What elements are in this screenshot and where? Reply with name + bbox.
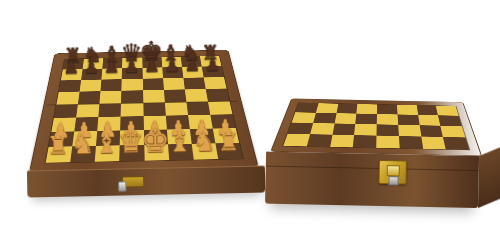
lid-square	[438, 115, 462, 126]
square-h3	[210, 114, 236, 128]
square-c2	[96, 130, 120, 145]
square-h4	[208, 101, 233, 115]
lid-square	[316, 103, 338, 113]
board-grid	[46, 56, 243, 163]
lid-square	[354, 124, 376, 136]
square-e1	[144, 144, 169, 160]
lid-square	[330, 135, 355, 148]
lid-square	[397, 105, 418, 115]
square-a7	[61, 69, 83, 80]
square-g4	[186, 101, 210, 115]
square-f2	[167, 129, 192, 144]
square-c6	[101, 79, 122, 91]
lid-square	[355, 114, 376, 125]
square-g1	[191, 143, 218, 159]
lid-square	[357, 104, 378, 114]
square-g7	[182, 67, 204, 78]
square-h5	[206, 89, 230, 102]
square-a6	[59, 80, 82, 92]
lid-square	[376, 136, 399, 149]
square-b8	[83, 58, 104, 69]
square-f7	[162, 67, 183, 78]
square-c7	[102, 68, 123, 79]
square-a8	[63, 59, 84, 70]
square-e6	[142, 78, 163, 90]
square-a3	[51, 117, 76, 131]
scene: ♜♞♝♛♚♝♞♜♟♟♟♟♟♟♟♟♟♟♟♟♟♟♟♟♜♞♝♛♚♝♞♜	[0, 0, 500, 245]
lid-square	[332, 123, 355, 135]
lid-square	[377, 105, 397, 115]
lid-square	[376, 124, 398, 136]
square-g3	[188, 115, 213, 129]
square-e8	[142, 57, 162, 68]
square-h2	[213, 128, 239, 143]
lid-square	[398, 125, 421, 137]
square-f8	[161, 57, 182, 68]
closed-box-lid	[270, 99, 482, 157]
lid-square	[421, 137, 446, 150]
square-b7	[81, 69, 102, 80]
square-a2	[49, 131, 75, 146]
square-d2	[120, 130, 144, 145]
lid-square	[307, 134, 333, 147]
lid-square	[310, 123, 334, 135]
square-g5	[185, 89, 208, 102]
square-f6	[163, 78, 185, 90]
square-f5	[164, 90, 187, 103]
lid-square	[416, 105, 438, 115]
square-h6	[204, 77, 227, 89]
square-c3	[97, 116, 120, 130]
lid-square	[377, 114, 398, 125]
lid-grid	[283, 103, 469, 150]
square-b1	[70, 146, 96, 162]
square-f4	[165, 102, 188, 116]
square-d4	[121, 103, 143, 117]
square-f1	[168, 144, 194, 160]
lid-square	[336, 104, 357, 114]
lid-base-seam	[266, 166, 479, 171]
square-h1	[215, 143, 242, 159]
square-b2	[72, 131, 97, 146]
square-d7	[122, 68, 142, 79]
square-d8	[122, 57, 142, 68]
open-box-front-edge	[27, 166, 266, 198]
lid-square	[441, 126, 466, 138]
closed-chess-box	[265, 92, 498, 227]
square-c5	[100, 91, 122, 104]
square-a5	[56, 92, 79, 105]
square-e2	[144, 129, 168, 144]
latch-hook-icon	[118, 181, 126, 191]
square-b6	[80, 80, 102, 92]
lid-square	[397, 114, 419, 125]
lid-square	[419, 125, 443, 137]
square-d1	[120, 145, 145, 161]
square-b4	[76, 104, 99, 118]
square-a1	[46, 146, 73, 162]
square-c4	[99, 103, 122, 117]
square-h8	[200, 56, 222, 67]
brass-latch-icon	[122, 176, 144, 187]
closed-box-front	[265, 152, 479, 208]
square-e3	[143, 115, 166, 129]
lid-square	[399, 136, 423, 149]
square-e5	[143, 90, 165, 103]
square-e4	[143, 102, 166, 116]
open-chess-box: ♜♞♝♛♚♝♞♜♟♟♟♟♟♟♟♟♟♟♟♟♟♟♟♟♜♞♝♛♚♝♞♜	[18, 19, 274, 234]
square-h7	[202, 66, 224, 77]
lid-square	[313, 113, 336, 124]
square-e7	[142, 67, 163, 78]
chess-board	[29, 50, 259, 173]
lid-square	[443, 137, 469, 150]
square-g2	[190, 128, 216, 143]
square-g8	[181, 56, 202, 67]
square-d6	[122, 79, 143, 91]
brass-clasp-icon	[378, 160, 406, 185]
square-g6	[183, 78, 205, 90]
lid-square	[334, 113, 356, 124]
square-f3	[166, 115, 190, 129]
square-b3	[74, 117, 98, 131]
square-b5	[78, 91, 101, 104]
square-c1	[95, 145, 120, 161]
square-a4	[54, 104, 78, 118]
square-d3	[120, 116, 143, 130]
square-d5	[121, 90, 143, 103]
lid-square	[436, 106, 459, 116]
lid-square	[353, 135, 376, 148]
lid-square	[418, 115, 441, 126]
square-c8	[103, 58, 123, 69]
